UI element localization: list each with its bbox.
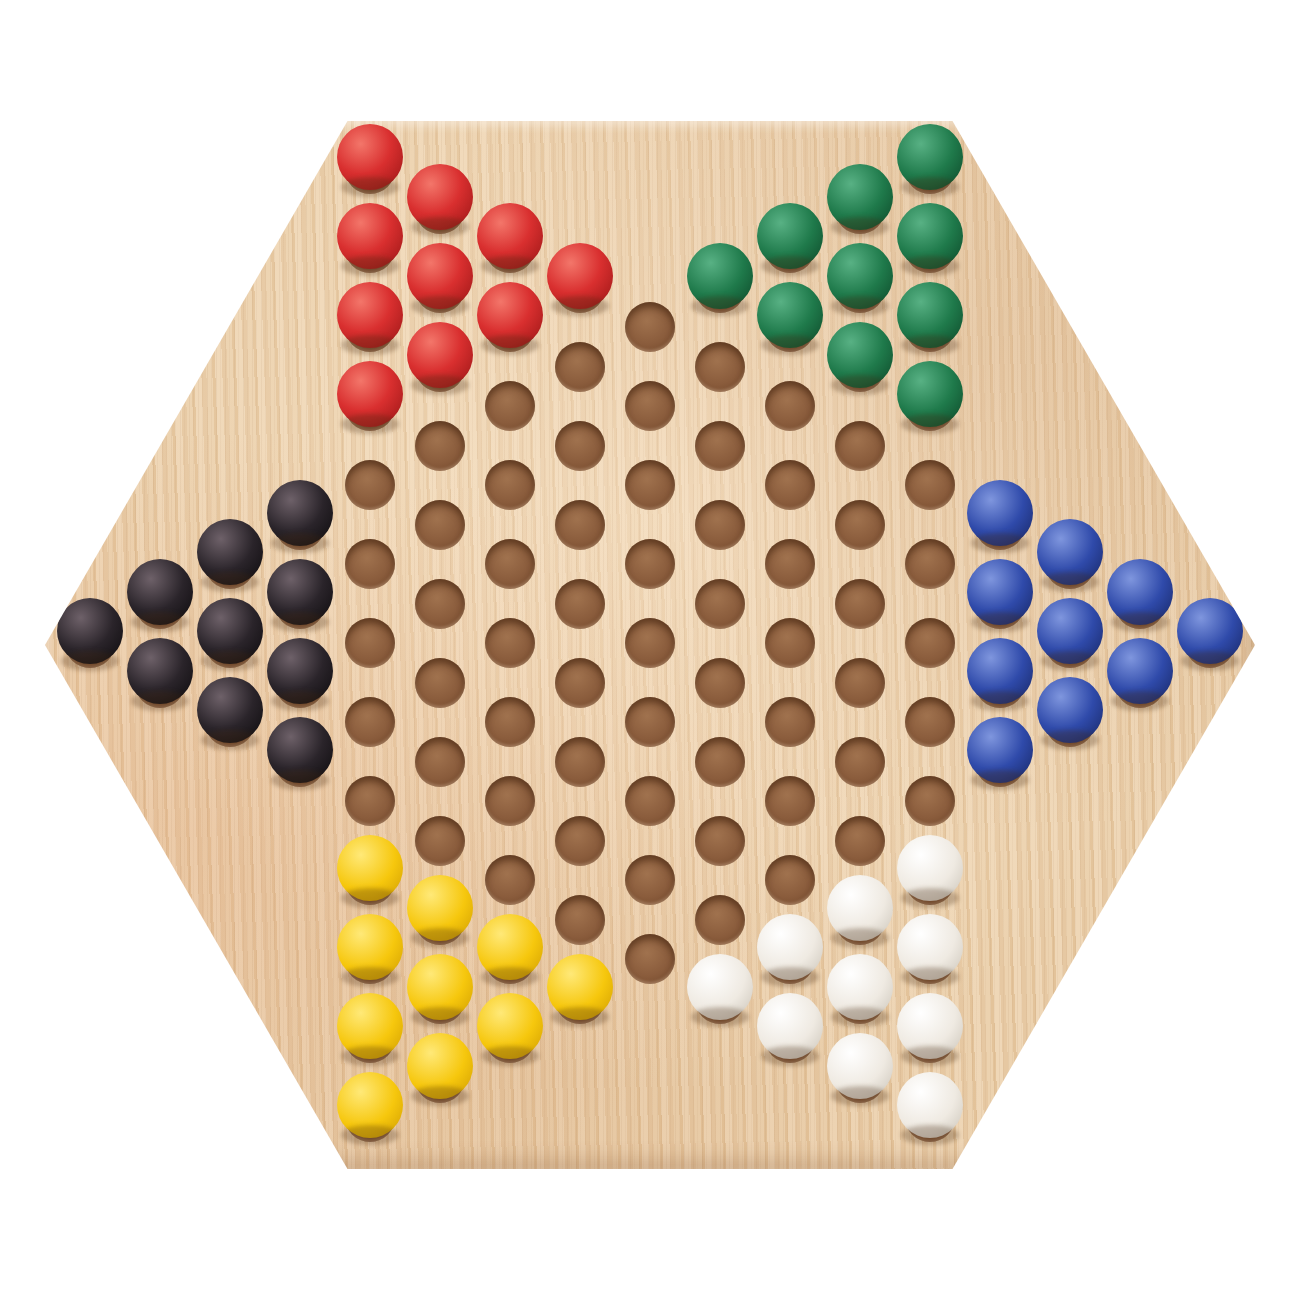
peg-white[interactable] xyxy=(687,954,753,1020)
hole[interactable] xyxy=(485,776,535,826)
peg-yellow[interactable] xyxy=(337,835,403,901)
hole[interactable] xyxy=(485,381,535,431)
peg-black[interactable] xyxy=(267,480,333,546)
hole[interactable] xyxy=(695,658,745,708)
peg-white[interactable] xyxy=(827,875,893,941)
hole[interactable] xyxy=(625,618,675,668)
peg-green[interactable] xyxy=(827,322,893,388)
peg-green[interactable] xyxy=(687,243,753,309)
peg-white[interactable] xyxy=(897,914,963,980)
hole[interactable] xyxy=(485,618,535,668)
hole[interactable] xyxy=(625,934,675,984)
peg-blue[interactable] xyxy=(1177,598,1243,664)
peg-black[interactable] xyxy=(267,559,333,625)
peg-white[interactable] xyxy=(827,954,893,1020)
peg-white[interactable] xyxy=(827,1033,893,1099)
peg-red[interactable] xyxy=(477,203,543,269)
hole[interactable] xyxy=(345,539,395,589)
hole[interactable] xyxy=(345,618,395,668)
peg-blue[interactable] xyxy=(967,638,1033,704)
hole[interactable] xyxy=(555,579,605,629)
hole[interactable] xyxy=(905,539,955,589)
peg-green[interactable] xyxy=(757,203,823,269)
hole[interactable] xyxy=(765,697,815,747)
hole[interactable] xyxy=(415,737,465,787)
hole[interactable] xyxy=(695,737,745,787)
hole[interactable] xyxy=(485,539,535,589)
peg-blue[interactable] xyxy=(1107,559,1173,625)
hole[interactable] xyxy=(555,895,605,945)
peg-black[interactable] xyxy=(267,717,333,783)
hole[interactable] xyxy=(415,500,465,550)
peg-green[interactable] xyxy=(897,124,963,190)
hole[interactable] xyxy=(415,816,465,866)
hole[interactable] xyxy=(485,697,535,747)
hole[interactable] xyxy=(345,776,395,826)
hole[interactable] xyxy=(625,460,675,510)
hole[interactable] xyxy=(835,421,885,471)
peg-blue[interactable] xyxy=(1037,677,1103,743)
hole[interactable] xyxy=(835,500,885,550)
hole[interactable] xyxy=(695,342,745,392)
peg-green[interactable] xyxy=(827,243,893,309)
peg-white[interactable] xyxy=(897,1072,963,1138)
peg-blue[interactable] xyxy=(1107,638,1173,704)
peg-green[interactable] xyxy=(897,282,963,348)
hole[interactable] xyxy=(485,855,535,905)
peg-red[interactable] xyxy=(547,243,613,309)
hole[interactable] xyxy=(835,579,885,629)
scene xyxy=(0,0,1300,1300)
peg-yellow[interactable] xyxy=(337,993,403,1059)
peg-yellow[interactable] xyxy=(477,993,543,1059)
peg-white[interactable] xyxy=(757,993,823,1059)
hole[interactable] xyxy=(835,737,885,787)
peg-red[interactable] xyxy=(337,124,403,190)
hole[interactable] xyxy=(905,776,955,826)
peg-black[interactable] xyxy=(127,559,193,625)
peg-red[interactable] xyxy=(407,164,473,230)
peg-black[interactable] xyxy=(197,519,263,585)
peg-blue[interactable] xyxy=(1037,598,1103,664)
hole[interactable] xyxy=(765,776,815,826)
peg-blue[interactable] xyxy=(967,480,1033,546)
hole[interactable] xyxy=(765,381,815,431)
hole[interactable] xyxy=(765,618,815,668)
hole[interactable] xyxy=(695,421,745,471)
hole[interactable] xyxy=(625,381,675,431)
peg-black[interactable] xyxy=(57,598,123,664)
peg-yellow[interactable] xyxy=(407,1033,473,1099)
peg-yellow[interactable] xyxy=(337,914,403,980)
hole[interactable] xyxy=(415,421,465,471)
hole[interactable] xyxy=(835,658,885,708)
hole[interactable] xyxy=(625,855,675,905)
peg-yellow[interactable] xyxy=(407,954,473,1020)
peg-blue[interactable] xyxy=(1037,519,1103,585)
hole[interactable] xyxy=(905,460,955,510)
hole[interactable] xyxy=(625,539,675,589)
peg-black[interactable] xyxy=(197,598,263,664)
peg-red[interactable] xyxy=(337,282,403,348)
hole[interactable] xyxy=(555,342,605,392)
peg-black[interactable] xyxy=(197,677,263,743)
peg-blue[interactable] xyxy=(967,559,1033,625)
peg-green[interactable] xyxy=(827,164,893,230)
hole[interactable] xyxy=(625,776,675,826)
peg-green[interactable] xyxy=(757,282,823,348)
peg-red[interactable] xyxy=(337,361,403,427)
peg-white[interactable] xyxy=(897,835,963,901)
peg-green[interactable] xyxy=(897,361,963,427)
hole[interactable] xyxy=(765,460,815,510)
hole[interactable] xyxy=(555,500,605,550)
peg-black[interactable] xyxy=(267,638,333,704)
peg-yellow[interactable] xyxy=(547,954,613,1020)
hole[interactable] xyxy=(625,697,675,747)
hole[interactable] xyxy=(695,579,745,629)
hole[interactable] xyxy=(905,697,955,747)
peg-white[interactable] xyxy=(897,993,963,1059)
board xyxy=(45,121,1255,1169)
peg-blue[interactable] xyxy=(967,717,1033,783)
peg-yellow[interactable] xyxy=(337,1072,403,1138)
hole[interactable] xyxy=(555,658,605,708)
hole[interactable] xyxy=(345,460,395,510)
peg-yellow[interactable] xyxy=(407,875,473,941)
hole[interactable] xyxy=(555,421,605,471)
peg-green[interactable] xyxy=(897,203,963,269)
hole[interactable] xyxy=(555,816,605,866)
hole[interactable] xyxy=(765,855,815,905)
hole[interactable] xyxy=(695,816,745,866)
hole[interactable] xyxy=(345,697,395,747)
hole[interactable] xyxy=(485,460,535,510)
hole[interactable] xyxy=(415,579,465,629)
hole[interactable] xyxy=(905,618,955,668)
peg-black[interactable] xyxy=(127,638,193,704)
peg-red[interactable] xyxy=(407,322,473,388)
hole[interactable] xyxy=(555,737,605,787)
hole[interactable] xyxy=(625,302,675,352)
hole[interactable] xyxy=(835,816,885,866)
peg-white[interactable] xyxy=(757,914,823,980)
hole[interactable] xyxy=(765,539,815,589)
hole[interactable] xyxy=(695,500,745,550)
peg-red[interactable] xyxy=(337,203,403,269)
peg-red[interactable] xyxy=(477,282,543,348)
hole[interactable] xyxy=(695,895,745,945)
peg-yellow[interactable] xyxy=(477,914,543,980)
hole[interactable] xyxy=(415,658,465,708)
peg-red[interactable] xyxy=(407,243,473,309)
